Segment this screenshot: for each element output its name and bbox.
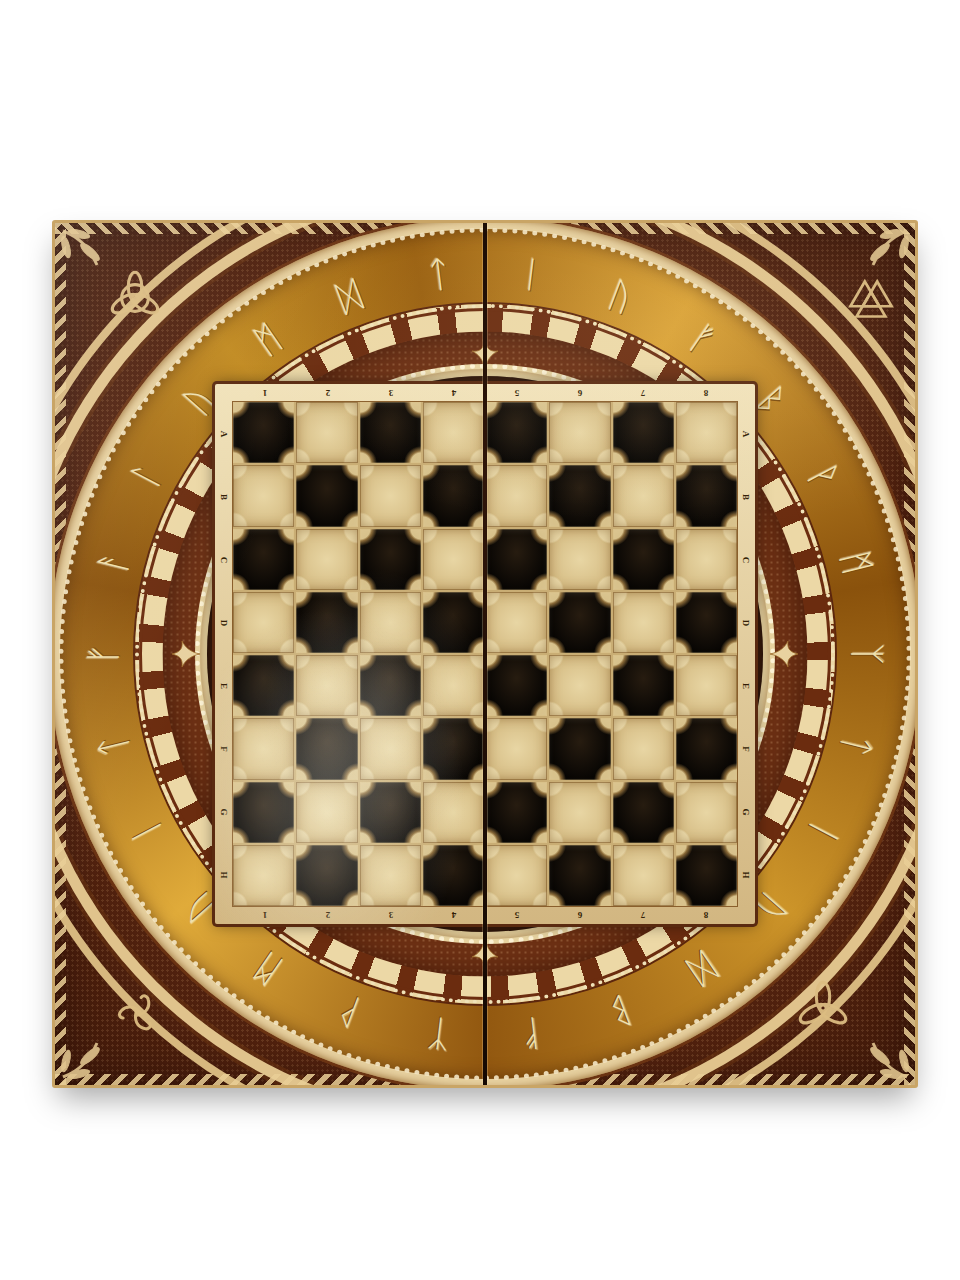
square-H5 <box>486 845 547 906</box>
square-D5 <box>486 592 547 653</box>
fleur-ornament-east <box>768 639 802 669</box>
square-E8 <box>676 655 737 716</box>
square-E2 <box>296 655 357 716</box>
square-G2 <box>296 782 357 843</box>
square-C8 <box>676 529 737 590</box>
file-label-top-1: 1 <box>262 388 267 398</box>
square-F2 <box>296 718 357 779</box>
file-label-top-8: 8 <box>703 388 708 398</box>
file-label-bottom-1: 1 <box>262 910 267 920</box>
rank-label-left-C: C <box>219 556 229 563</box>
square-F3 <box>360 718 421 779</box>
file-label-top-7: 7 <box>640 388 645 398</box>
square-D2 <box>296 592 357 653</box>
file-label-bottom-3: 3 <box>388 910 393 920</box>
square-A2 <box>296 402 357 463</box>
square-E6 <box>549 655 610 716</box>
square-D1 <box>233 592 294 653</box>
square-B5 <box>486 465 547 526</box>
square-E5 <box>486 655 547 716</box>
square-G4 <box>423 782 484 843</box>
square-H8 <box>676 845 737 906</box>
file-label-bottom-2: 2 <box>325 910 330 920</box>
square-A5 <box>486 402 547 463</box>
square-D6 <box>549 592 610 653</box>
square-A3 <box>360 402 421 463</box>
rank-label-right-F: F <box>741 746 751 752</box>
rank-label-right-B: B <box>741 493 751 499</box>
square-E3 <box>360 655 421 716</box>
square-G3 <box>360 782 421 843</box>
carved-wooden-board: ᛁᚢᚠᛒᚹᛗᛉᛏᛁᚢᛞᛒᚠᛉᚹᛗᚢᛁᛏᚠᚨᛚᚢᛗᛞᛏ <box>52 220 918 1088</box>
rank-label-left-A: A <box>219 430 229 437</box>
square-E4 <box>423 655 484 716</box>
square-A4 <box>423 402 484 463</box>
corner-leaf-ornament <box>59 227 129 297</box>
file-label-bottom-4: 4 <box>451 910 456 920</box>
square-F4 <box>423 718 484 779</box>
file-label-top-5: 5 <box>514 388 519 398</box>
rank-label-left-H: H <box>219 871 229 878</box>
file-label-top-6: 6 <box>577 388 582 398</box>
square-B8 <box>676 465 737 526</box>
square-B1 <box>233 465 294 526</box>
corner-leaf-ornament <box>59 1011 129 1081</box>
rank-label-right-H: H <box>741 871 751 878</box>
square-C1 <box>233 529 294 590</box>
rank-label-left-D: D <box>219 619 229 626</box>
square-C7 <box>613 529 674 590</box>
square-E7 <box>613 655 674 716</box>
square-H1 <box>233 845 294 906</box>
file-label-bottom-6: 6 <box>577 910 582 920</box>
square-A7 <box>613 402 674 463</box>
square-E1 <box>233 655 294 716</box>
square-F7 <box>613 718 674 779</box>
square-F1 <box>233 718 294 779</box>
rank-label-left-E: E <box>219 682 229 688</box>
square-H3 <box>360 845 421 906</box>
square-F6 <box>549 718 610 779</box>
square-D7 <box>613 592 674 653</box>
square-B4 <box>423 465 484 526</box>
rank-label-left-B: B <box>219 493 229 499</box>
rank-label-right-D: D <box>741 619 751 626</box>
file-label-top-4: 4 <box>451 388 456 398</box>
square-C3 <box>360 529 421 590</box>
square-C4 <box>423 529 484 590</box>
square-C5 <box>486 529 547 590</box>
rank-label-right-C: C <box>741 556 751 563</box>
rank-label-left-F: F <box>219 746 229 752</box>
fleur-ornament-west <box>168 639 202 669</box>
square-C2 <box>296 529 357 590</box>
file-label-bottom-5: 5 <box>514 910 519 920</box>
square-B2 <box>296 465 357 526</box>
square-B3 <box>360 465 421 526</box>
file-label-top-2: 2 <box>325 388 330 398</box>
square-H4 <box>423 845 484 906</box>
corner-leaf-ornament <box>841 1011 911 1081</box>
square-A6 <box>549 402 610 463</box>
square-G7 <box>613 782 674 843</box>
square-B6 <box>549 465 610 526</box>
file-label-bottom-7: 7 <box>640 910 645 920</box>
rank-label-right-E: E <box>741 682 751 688</box>
rank-label-right-G: G <box>741 808 751 815</box>
square-G8 <box>676 782 737 843</box>
square-H2 <box>296 845 357 906</box>
square-G1 <box>233 782 294 843</box>
square-G5 <box>486 782 547 843</box>
file-label-top-3: 3 <box>388 388 393 398</box>
square-F5 <box>486 718 547 779</box>
fold-seam <box>483 223 487 1085</box>
square-A8 <box>676 402 737 463</box>
photo-background: ᛁᚢᚠᛒᚹᛗᛉᛏᛁᚢᛞᛒᚠᛉᚹᛗᚢᛁᛏᚠᚨᛚᚢᛗᛞᛏ <box>0 0 960 1280</box>
file-label-bottom-8: 8 <box>703 910 708 920</box>
rank-label-right-A: A <box>741 430 751 437</box>
square-B7 <box>613 465 674 526</box>
square-F8 <box>676 718 737 779</box>
square-C6 <box>549 529 610 590</box>
rank-label-left-G: G <box>219 808 229 815</box>
square-H7 <box>613 845 674 906</box>
square-D4 <box>423 592 484 653</box>
square-D8 <box>676 592 737 653</box>
square-A1 <box>233 402 294 463</box>
corner-leaf-ornament <box>841 227 911 297</box>
square-H6 <box>549 845 610 906</box>
square-G6 <box>549 782 610 843</box>
square-D3 <box>360 592 421 653</box>
